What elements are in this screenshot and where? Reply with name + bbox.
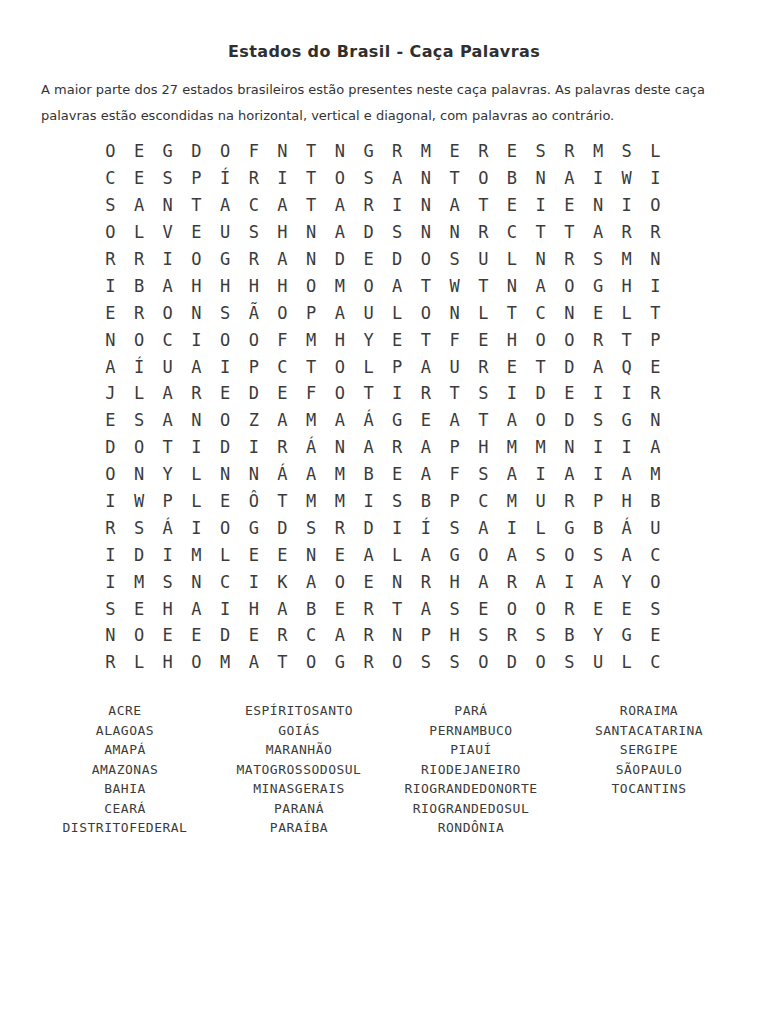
- grid-cell-r18-c8[interactable]: B: [297, 595, 326, 622]
- grid-cell-r6-c2[interactable]: B: [125, 272, 154, 299]
- grid-cell-r18-c5[interactable]: I: [211, 595, 240, 622]
- grid-cell-r7-c1[interactable]: E: [96, 299, 125, 326]
- grid-cell-r8-c9[interactable]: H: [326, 326, 355, 353]
- grid-cell-r13-c12[interactable]: A: [412, 461, 441, 488]
- grid-cell-r7-c11[interactable]: L: [383, 299, 412, 326]
- grid-cell-r3-c18[interactable]: N: [584, 192, 613, 219]
- grid-cell-r12-c17[interactable]: N: [555, 434, 584, 461]
- grid-cell-r19-c9[interactable]: A: [326, 622, 355, 649]
- grid-cell-r9-c4[interactable]: A: [182, 353, 211, 380]
- grid-cell-r10-c12[interactable]: R: [412, 380, 441, 407]
- grid-cell-r13-c11[interactable]: E: [383, 461, 412, 488]
- grid-cell-r4-c14[interactable]: R: [469, 219, 498, 246]
- grid-cell-r7-c9[interactable]: A: [326, 299, 355, 326]
- grid-cell-r17-c18[interactable]: A: [584, 568, 613, 595]
- grid-cell-r3-c20[interactable]: O: [641, 192, 670, 219]
- grid-cell-r4-c15[interactable]: C: [498, 219, 527, 246]
- grid-cell-r20-c6[interactable]: A: [239, 649, 268, 676]
- grid-cell-r4-c12[interactable]: N: [412, 219, 441, 246]
- grid-cell-r6-c13[interactable]: W: [440, 272, 469, 299]
- grid-cell-r6-c8[interactable]: O: [297, 272, 326, 299]
- grid-cell-r1-c5[interactable]: O: [211, 138, 240, 165]
- grid-cell-r2-c15[interactable]: B: [498, 165, 527, 192]
- grid-cell-r3-c14[interactable]: T: [469, 192, 498, 219]
- grid-cell-r15-c6[interactable]: G: [239, 514, 268, 541]
- grid-cell-r9-c2[interactable]: Í: [125, 353, 154, 380]
- grid-cell-r1-c8[interactable]: T: [297, 138, 326, 165]
- grid-cell-r10-c7[interactable]: E: [268, 380, 297, 407]
- grid-cell-r7-c8[interactable]: P: [297, 299, 326, 326]
- grid-cell-r5-c7[interactable]: A: [268, 246, 297, 273]
- grid-cell-r10-c9[interactable]: O: [326, 380, 355, 407]
- grid-cell-r19-c12[interactable]: P: [412, 622, 441, 649]
- grid-cell-r3-c2[interactable]: A: [125, 192, 154, 219]
- grid-cell-r9-c10[interactable]: L: [354, 353, 383, 380]
- grid-cell-r18-c16[interactable]: O: [526, 595, 555, 622]
- grid-cell-r17-c4[interactable]: N: [182, 568, 211, 595]
- grid-cell-r10-c5[interactable]: E: [211, 380, 240, 407]
- grid-cell-r11-c2[interactable]: S: [125, 407, 154, 434]
- grid-cell-r3-c19[interactable]: I: [612, 192, 641, 219]
- grid-cell-r13-c17[interactable]: A: [555, 461, 584, 488]
- grid-cell-r15-c20[interactable]: U: [641, 514, 670, 541]
- grid-cell-r7-c12[interactable]: O: [412, 299, 441, 326]
- grid-cell-r20-c8[interactable]: O: [297, 649, 326, 676]
- grid-cell-r14-c3[interactable]: P: [153, 488, 182, 515]
- grid-cell-r14-c12[interactable]: B: [412, 488, 441, 515]
- grid-cell-r6-c10[interactable]: O: [354, 272, 383, 299]
- grid-cell-r17-c11[interactable]: N: [383, 568, 412, 595]
- grid-cell-r9-c5[interactable]: I: [211, 353, 240, 380]
- grid-cell-r8-c1[interactable]: N: [96, 326, 125, 353]
- grid-cell-r1-c15[interactable]: E: [498, 138, 527, 165]
- grid-cell-r2-c11[interactable]: A: [383, 165, 412, 192]
- grid-cell-r18-c11[interactable]: T: [383, 595, 412, 622]
- grid-cell-r11-c11[interactable]: G: [383, 407, 412, 434]
- grid-cell-r4-c4[interactable]: E: [182, 219, 211, 246]
- grid-cell-r9-c16[interactable]: T: [526, 353, 555, 380]
- grid-cell-r8-c12[interactable]: T: [412, 326, 441, 353]
- grid-cell-r5-c18[interactable]: S: [584, 246, 613, 273]
- grid-cell-r13-c8[interactable]: A: [297, 461, 326, 488]
- grid-cell-r8-c10[interactable]: Y: [354, 326, 383, 353]
- grid-cell-r9-c17[interactable]: D: [555, 353, 584, 380]
- grid-cell-r19-c10[interactable]: R: [354, 622, 383, 649]
- grid-cell-r4-c5[interactable]: U: [211, 219, 240, 246]
- grid-cell-r8-c14[interactable]: E: [469, 326, 498, 353]
- grid-cell-r4-c6[interactable]: S: [239, 219, 268, 246]
- grid-cell-r3-c9[interactable]: A: [326, 192, 355, 219]
- grid-cell-r17-c16[interactable]: A: [526, 568, 555, 595]
- grid-cell-r11-c15[interactable]: A: [498, 407, 527, 434]
- grid-cell-r10-c17[interactable]: E: [555, 380, 584, 407]
- grid-cell-r15-c9[interactable]: R: [326, 514, 355, 541]
- grid-cell-r14-c20[interactable]: B: [641, 488, 670, 515]
- grid-cell-r9-c1[interactable]: A: [96, 353, 125, 380]
- grid-cell-r17-c1[interactable]: I: [96, 568, 125, 595]
- grid-cell-r3-c1[interactable]: S: [96, 192, 125, 219]
- grid-cell-r14-c13[interactable]: P: [440, 488, 469, 515]
- grid-cell-r3-c7[interactable]: A: [268, 192, 297, 219]
- grid-cell-r14-c9[interactable]: M: [326, 488, 355, 515]
- grid-cell-r16-c7[interactable]: E: [268, 541, 297, 568]
- grid-cell-r6-c16[interactable]: A: [526, 272, 555, 299]
- grid-cell-r10-c20[interactable]: R: [641, 380, 670, 407]
- grid-cell-r11-c9[interactable]: A: [326, 407, 355, 434]
- grid-cell-r1-c6[interactable]: F: [239, 138, 268, 165]
- grid-cell-r7-c6[interactable]: Ã: [239, 299, 268, 326]
- grid-cell-r16-c13[interactable]: G: [440, 541, 469, 568]
- grid-cell-r5-c19[interactable]: M: [612, 246, 641, 273]
- grid-cell-r7-c3[interactable]: O: [153, 299, 182, 326]
- grid-cell-r17-c7[interactable]: K: [268, 568, 297, 595]
- grid-cell-r11-c1[interactable]: E: [96, 407, 125, 434]
- grid-cell-r16-c12[interactable]: A: [412, 541, 441, 568]
- grid-cell-r5-c10[interactable]: E: [354, 246, 383, 273]
- grid-cell-r7-c7[interactable]: O: [268, 299, 297, 326]
- grid-cell-r17-c12[interactable]: R: [412, 568, 441, 595]
- grid-cell-r1-c9[interactable]: N: [326, 138, 355, 165]
- grid-cell-r19-c19[interactable]: G: [612, 622, 641, 649]
- grid-cell-r12-c10[interactable]: A: [354, 434, 383, 461]
- grid-cell-r8-c16[interactable]: O: [526, 326, 555, 353]
- grid-cell-r16-c6[interactable]: E: [239, 541, 268, 568]
- grid-cell-r5-c8[interactable]: N: [297, 246, 326, 273]
- grid-cell-r11-c8[interactable]: M: [297, 407, 326, 434]
- grid-cell-r10-c14[interactable]: S: [469, 380, 498, 407]
- grid-cell-r6-c20[interactable]: I: [641, 272, 670, 299]
- grid-cell-r6-c19[interactable]: H: [612, 272, 641, 299]
- grid-cell-r13-c5[interactable]: N: [211, 461, 240, 488]
- grid-cell-r3-c10[interactable]: R: [354, 192, 383, 219]
- grid-cell-r14-c1[interactable]: I: [96, 488, 125, 515]
- grid-cell-r7-c14[interactable]: L: [469, 299, 498, 326]
- grid-cell-r15-c11[interactable]: I: [383, 514, 412, 541]
- grid-cell-r18-c1[interactable]: S: [96, 595, 125, 622]
- grid-cell-r17-c8[interactable]: A: [297, 568, 326, 595]
- grid-cell-r1-c16[interactable]: S: [526, 138, 555, 165]
- grid-cell-r19-c20[interactable]: E: [641, 622, 670, 649]
- grid-cell-r12-c1[interactable]: D: [96, 434, 125, 461]
- grid-cell-r5-c9[interactable]: D: [326, 246, 355, 273]
- grid-cell-r12-c12[interactable]: A: [412, 434, 441, 461]
- grid-cell-r18-c6[interactable]: H: [239, 595, 268, 622]
- grid-cell-r16-c10[interactable]: A: [354, 541, 383, 568]
- grid-cell-r3-c16[interactable]: I: [526, 192, 555, 219]
- grid-cell-r8-c6[interactable]: O: [239, 326, 268, 353]
- grid-cell-r13-c3[interactable]: Y: [153, 461, 182, 488]
- grid-cell-r16-c16[interactable]: S: [526, 541, 555, 568]
- grid-cell-r18-c12[interactable]: A: [412, 595, 441, 622]
- grid-cell-r18-c13[interactable]: S: [440, 595, 469, 622]
- grid-cell-r18-c17[interactable]: R: [555, 595, 584, 622]
- grid-cell-r16-c20[interactable]: C: [641, 541, 670, 568]
- grid-cell-r9-c18[interactable]: A: [584, 353, 613, 380]
- grid-cell-r6-c9[interactable]: M: [326, 272, 355, 299]
- grid-cell-r13-c20[interactable]: M: [641, 461, 670, 488]
- grid-cell-r17-c2[interactable]: M: [125, 568, 154, 595]
- grid-cell-r18-c14[interactable]: E: [469, 595, 498, 622]
- grid-cell-r16-c14[interactable]: O: [469, 541, 498, 568]
- grid-cell-r18-c2[interactable]: E: [125, 595, 154, 622]
- grid-cell-r3-c6[interactable]: C: [239, 192, 268, 219]
- grid-cell-r9-c19[interactable]: Q: [612, 353, 641, 380]
- grid-cell-r8-c19[interactable]: T: [612, 326, 641, 353]
- grid-cell-r16-c18[interactable]: S: [584, 541, 613, 568]
- grid-cell-r6-c18[interactable]: G: [584, 272, 613, 299]
- grid-cell-r19-c14[interactable]: S: [469, 622, 498, 649]
- grid-cell-r20-c5[interactable]: M: [211, 649, 240, 676]
- grid-cell-r19-c17[interactable]: B: [555, 622, 584, 649]
- grid-cell-r12-c7[interactable]: R: [268, 434, 297, 461]
- grid-cell-r8-c7[interactable]: F: [268, 326, 297, 353]
- grid-cell-r10-c2[interactable]: L: [125, 380, 154, 407]
- grid-cell-r14-c18[interactable]: P: [584, 488, 613, 515]
- grid-cell-r14-c7[interactable]: T: [268, 488, 297, 515]
- grid-cell-r16-c19[interactable]: A: [612, 541, 641, 568]
- grid-cell-r8-c13[interactable]: F: [440, 326, 469, 353]
- grid-cell-r5-c16[interactable]: N: [526, 246, 555, 273]
- grid-cell-r15-c1[interactable]: R: [96, 514, 125, 541]
- grid-cell-r13-c6[interactable]: N: [239, 461, 268, 488]
- grid-cell-r20-c13[interactable]: S: [440, 649, 469, 676]
- grid-cell-r9-c6[interactable]: P: [239, 353, 268, 380]
- grid-cell-r13-c16[interactable]: I: [526, 461, 555, 488]
- grid-cell-r20-c15[interactable]: D: [498, 649, 527, 676]
- grid-cell-r4-c13[interactable]: N: [440, 219, 469, 246]
- grid-cell-r12-c6[interactable]: I: [239, 434, 268, 461]
- grid-cell-r11-c20[interactable]: N: [641, 407, 670, 434]
- grid-cell-r13-c2[interactable]: N: [125, 461, 154, 488]
- grid-cell-r7-c15[interactable]: T: [498, 299, 527, 326]
- grid-cell-r8-c8[interactable]: M: [297, 326, 326, 353]
- grid-cell-r14-c14[interactable]: C: [469, 488, 498, 515]
- grid-cell-r20-c20[interactable]: C: [641, 649, 670, 676]
- grid-cell-r18-c18[interactable]: E: [584, 595, 613, 622]
- grid-cell-r16-c2[interactable]: D: [125, 541, 154, 568]
- grid-cell-r17-c19[interactable]: Y: [612, 568, 641, 595]
- grid-cell-r9-c11[interactable]: P: [383, 353, 412, 380]
- grid-cell-r11-c10[interactable]: Á: [354, 407, 383, 434]
- grid-cell-r5-c4[interactable]: O: [182, 246, 211, 273]
- grid-cell-r11-c3[interactable]: A: [153, 407, 182, 434]
- grid-cell-r15-c2[interactable]: S: [125, 514, 154, 541]
- grid-cell-r8-c5[interactable]: O: [211, 326, 240, 353]
- grid-cell-r9-c9[interactable]: O: [326, 353, 355, 380]
- grid-cell-r1-c3[interactable]: G: [153, 138, 182, 165]
- grid-cell-r15-c7[interactable]: D: [268, 514, 297, 541]
- grid-cell-r2-c4[interactable]: P: [182, 165, 211, 192]
- grid-cell-r18-c15[interactable]: O: [498, 595, 527, 622]
- grid-cell-r15-c12[interactable]: Í: [412, 514, 441, 541]
- grid-cell-r9-c8[interactable]: T: [297, 353, 326, 380]
- grid-cell-r2-c19[interactable]: W: [612, 165, 641, 192]
- grid-cell-r11-c18[interactable]: S: [584, 407, 613, 434]
- grid-cell-r4-c3[interactable]: V: [153, 219, 182, 246]
- grid-cell-r1-c19[interactable]: S: [612, 138, 641, 165]
- grid-cell-r6-c5[interactable]: H: [211, 272, 240, 299]
- grid-cell-r12-c20[interactable]: A: [641, 434, 670, 461]
- grid-cell-r2-c2[interactable]: E: [125, 165, 154, 192]
- grid-cell-r14-c15[interactable]: M: [498, 488, 527, 515]
- grid-cell-r1-c18[interactable]: M: [584, 138, 613, 165]
- grid-cell-r3-c12[interactable]: N: [412, 192, 441, 219]
- grid-cell-r2-c16[interactable]: N: [526, 165, 555, 192]
- grid-cell-r2-c8[interactable]: T: [297, 165, 326, 192]
- grid-cell-r2-c6[interactable]: R: [239, 165, 268, 192]
- grid-cell-r1-c20[interactable]: L: [641, 138, 670, 165]
- grid-cell-r5-c3[interactable]: I: [153, 246, 182, 273]
- grid-cell-r17-c20[interactable]: O: [641, 568, 670, 595]
- grid-cell-r17-c13[interactable]: H: [440, 568, 469, 595]
- grid-cell-r2-c1[interactable]: C: [96, 165, 125, 192]
- grid-cell-r15-c5[interactable]: O: [211, 514, 240, 541]
- grid-cell-r7-c16[interactable]: C: [526, 299, 555, 326]
- grid-cell-r12-c4[interactable]: I: [182, 434, 211, 461]
- grid-cell-r14-c10[interactable]: I: [354, 488, 383, 515]
- grid-cell-r12-c19[interactable]: I: [612, 434, 641, 461]
- grid-cell-r6-c14[interactable]: T: [469, 272, 498, 299]
- grid-cell-r2-c12[interactable]: N: [412, 165, 441, 192]
- grid-cell-r17-c14[interactable]: A: [469, 568, 498, 595]
- grid-cell-r14-c19[interactable]: H: [612, 488, 641, 515]
- grid-cell-r20-c17[interactable]: S: [555, 649, 584, 676]
- grid-cell-r16-c17[interactable]: O: [555, 541, 584, 568]
- grid-cell-r4-c9[interactable]: A: [326, 219, 355, 246]
- grid-cell-r4-c20[interactable]: R: [641, 219, 670, 246]
- grid-cell-r2-c9[interactable]: O: [326, 165, 355, 192]
- grid-cell-r19-c3[interactable]: E: [153, 622, 182, 649]
- grid-cell-r20-c14[interactable]: O: [469, 649, 498, 676]
- grid-cell-r4-c8[interactable]: N: [297, 219, 326, 246]
- grid-cell-r8-c18[interactable]: R: [584, 326, 613, 353]
- grid-cell-r4-c17[interactable]: T: [555, 219, 584, 246]
- grid-cell-r15-c16[interactable]: L: [526, 514, 555, 541]
- grid-cell-r13-c18[interactable]: I: [584, 461, 613, 488]
- grid-cell-r14-c17[interactable]: R: [555, 488, 584, 515]
- grid-cell-r9-c3[interactable]: U: [153, 353, 182, 380]
- grid-cell-r17-c3[interactable]: S: [153, 568, 182, 595]
- grid-cell-r15-c15[interactable]: I: [498, 514, 527, 541]
- grid-cell-r10-c4[interactable]: R: [182, 380, 211, 407]
- grid-cell-r7-c13[interactable]: N: [440, 299, 469, 326]
- grid-cell-r6-c15[interactable]: N: [498, 272, 527, 299]
- grid-cell-r2-c13[interactable]: T: [440, 165, 469, 192]
- grid-cell-r14-c4[interactable]: L: [182, 488, 211, 515]
- grid-cell-r5-c17[interactable]: R: [555, 246, 584, 273]
- grid-cell-r4-c18[interactable]: A: [584, 219, 613, 246]
- grid-cell-r1-c12[interactable]: M: [412, 138, 441, 165]
- grid-cell-r9-c7[interactable]: C: [268, 353, 297, 380]
- grid-cell-r8-c11[interactable]: E: [383, 326, 412, 353]
- grid-cell-r3-c15[interactable]: E: [498, 192, 527, 219]
- grid-cell-r11-c5[interactable]: O: [211, 407, 240, 434]
- grid-cell-r8-c17[interactable]: O: [555, 326, 584, 353]
- grid-cell-r17-c17[interactable]: I: [555, 568, 584, 595]
- grid-cell-r6-c17[interactable]: O: [555, 272, 584, 299]
- grid-cell-r19-c15[interactable]: R: [498, 622, 527, 649]
- grid-cell-r6-c1[interactable]: I: [96, 272, 125, 299]
- grid-cell-r16-c3[interactable]: I: [153, 541, 182, 568]
- grid-cell-r5-c2[interactable]: R: [125, 246, 154, 273]
- grid-cell-r20-c11[interactable]: O: [383, 649, 412, 676]
- grid-cell-r5-c1[interactable]: R: [96, 246, 125, 273]
- grid-cell-r12-c3[interactable]: T: [153, 434, 182, 461]
- grid-cell-r7-c2[interactable]: R: [125, 299, 154, 326]
- grid-cell-r1-c1[interactable]: O: [96, 138, 125, 165]
- grid-cell-r6-c3[interactable]: A: [153, 272, 182, 299]
- grid-cell-r6-c11[interactable]: A: [383, 272, 412, 299]
- grid-cell-r1-c11[interactable]: R: [383, 138, 412, 165]
- grid-cell-r16-c1[interactable]: I: [96, 541, 125, 568]
- grid-cell-r20-c4[interactable]: O: [182, 649, 211, 676]
- grid-cell-r6-c7[interactable]: H: [268, 272, 297, 299]
- grid-cell-r3-c3[interactable]: N: [153, 192, 182, 219]
- grid-cell-r15-c18[interactable]: B: [584, 514, 613, 541]
- grid-cell-r20-c1[interactable]: R: [96, 649, 125, 676]
- grid-cell-r7-c5[interactable]: S: [211, 299, 240, 326]
- grid-cell-r11-c17[interactable]: D: [555, 407, 584, 434]
- grid-cell-r11-c7[interactable]: A: [268, 407, 297, 434]
- grid-cell-r2-c14[interactable]: O: [469, 165, 498, 192]
- grid-cell-r10-c10[interactable]: T: [354, 380, 383, 407]
- grid-cell-r4-c1[interactable]: O: [96, 219, 125, 246]
- grid-cell-r18-c20[interactable]: S: [641, 595, 670, 622]
- grid-cell-r11-c13[interactable]: A: [440, 407, 469, 434]
- grid-cell-r4-c10[interactable]: D: [354, 219, 383, 246]
- grid-cell-r9-c12[interactable]: A: [412, 353, 441, 380]
- grid-cell-r4-c19[interactable]: R: [612, 219, 641, 246]
- grid-cell-r15-c10[interactable]: D: [354, 514, 383, 541]
- grid-cell-r11-c16[interactable]: O: [526, 407, 555, 434]
- grid-cell-r12-c15[interactable]: M: [498, 434, 527, 461]
- grid-cell-r2-c18[interactable]: I: [584, 165, 613, 192]
- grid-cell-r5-c6[interactable]: R: [239, 246, 268, 273]
- grid-cell-r19-c6[interactable]: E: [239, 622, 268, 649]
- grid-cell-r1-c14[interactable]: R: [469, 138, 498, 165]
- grid-cell-r13-c19[interactable]: A: [612, 461, 641, 488]
- grid-cell-r1-c10[interactable]: G: [354, 138, 383, 165]
- grid-cell-r8-c3[interactable]: C: [153, 326, 182, 353]
- grid-cell-r7-c17[interactable]: N: [555, 299, 584, 326]
- grid-cell-r3-c17[interactable]: E: [555, 192, 584, 219]
- grid-cell-r10-c13[interactable]: T: [440, 380, 469, 407]
- grid-cell-r1-c4[interactable]: D: [182, 138, 211, 165]
- grid-cell-r8-c15[interactable]: H: [498, 326, 527, 353]
- grid-cell-r3-c11[interactable]: I: [383, 192, 412, 219]
- grid-cell-r20-c19[interactable]: L: [612, 649, 641, 676]
- grid-cell-r7-c20[interactable]: T: [641, 299, 670, 326]
- grid-cell-r7-c4[interactable]: N: [182, 299, 211, 326]
- grid-cell-r3-c8[interactable]: T: [297, 192, 326, 219]
- grid-cell-r4-c16[interactable]: T: [526, 219, 555, 246]
- grid-cell-r9-c14[interactable]: R: [469, 353, 498, 380]
- grid-cell-r3-c5[interactable]: A: [211, 192, 240, 219]
- grid-cell-r18-c9[interactable]: E: [326, 595, 355, 622]
- grid-cell-r3-c13[interactable]: A: [440, 192, 469, 219]
- grid-cell-r2-c10[interactable]: S: [354, 165, 383, 192]
- grid-cell-r4-c11[interactable]: S: [383, 219, 412, 246]
- grid-cell-r12-c18[interactable]: I: [584, 434, 613, 461]
- grid-cell-r2-c17[interactable]: A: [555, 165, 584, 192]
- grid-cell-r9-c15[interactable]: E: [498, 353, 527, 380]
- grid-cell-r7-c10[interactable]: U: [354, 299, 383, 326]
- grid-cell-r15-c13[interactable]: S: [440, 514, 469, 541]
- grid-cell-r13-c10[interactable]: B: [354, 461, 383, 488]
- grid-cell-r19-c16[interactable]: S: [526, 622, 555, 649]
- grid-cell-r10-c8[interactable]: F: [297, 380, 326, 407]
- grid-cell-r17-c15[interactable]: R: [498, 568, 527, 595]
